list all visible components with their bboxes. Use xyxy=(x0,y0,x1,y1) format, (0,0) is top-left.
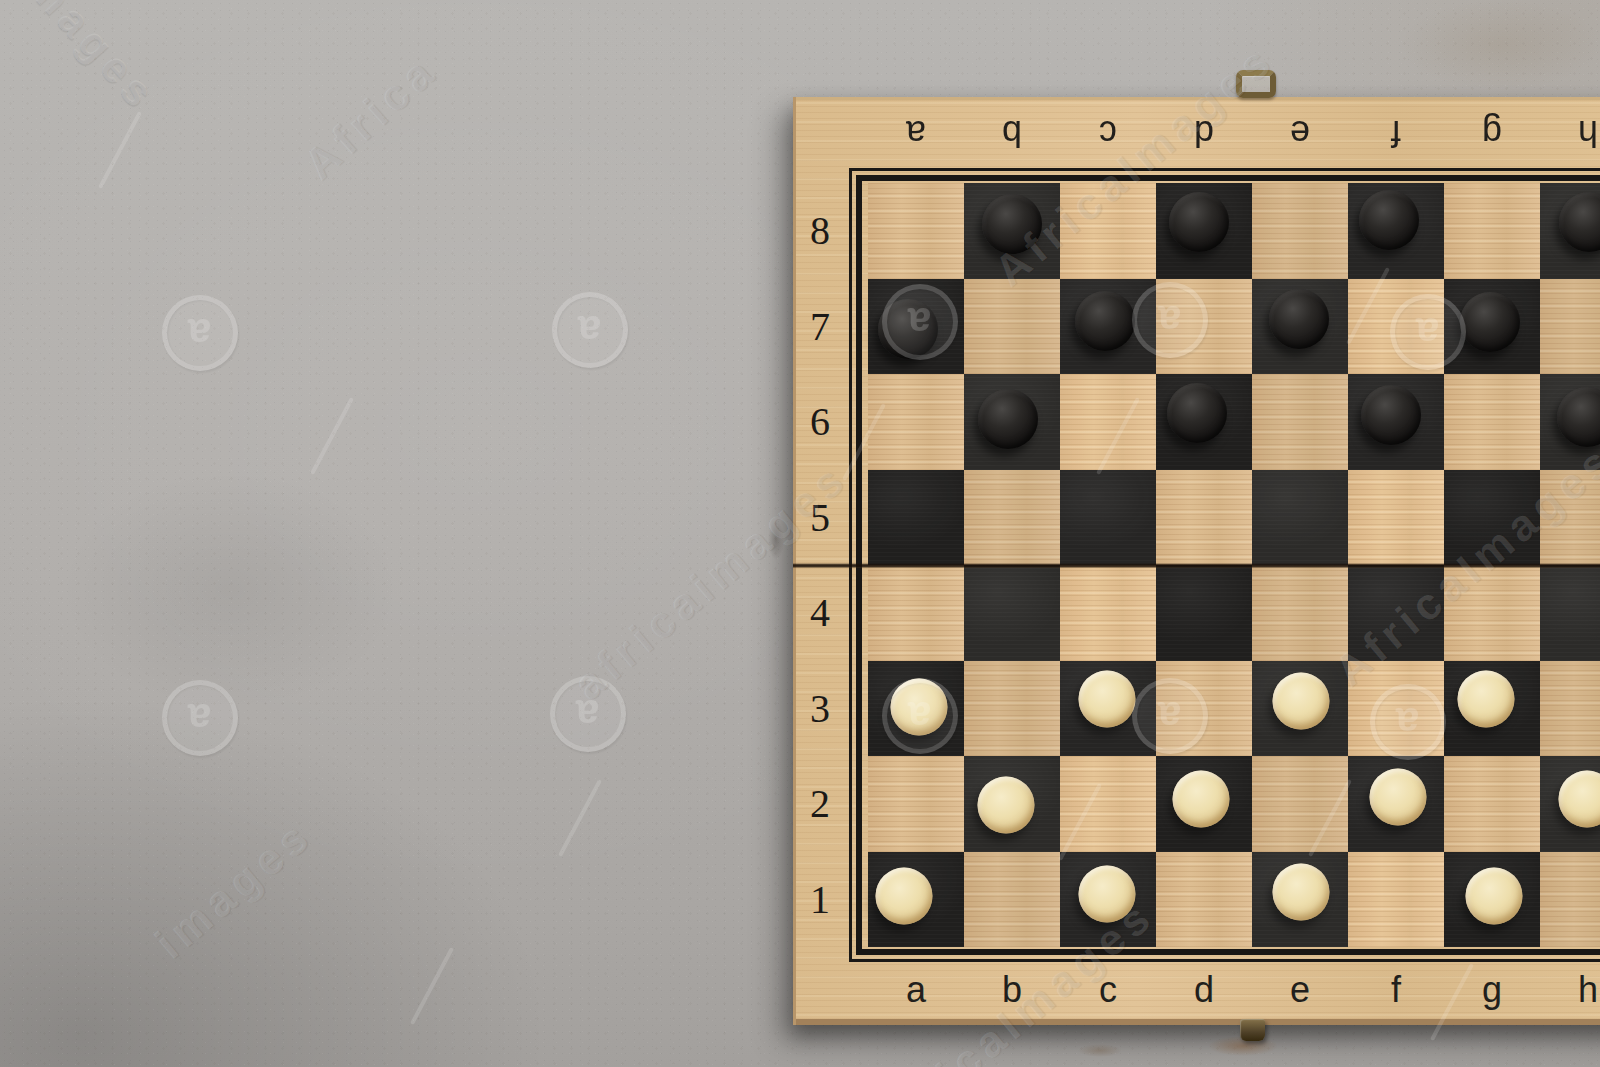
square-d3 xyxy=(1156,661,1252,757)
board-fold-seam xyxy=(793,563,1600,568)
square-h7 xyxy=(1540,279,1600,375)
square-b4 xyxy=(964,565,1060,661)
file-label-bottom-g: g xyxy=(1462,966,1522,1014)
square-g6 xyxy=(1444,374,1540,470)
square-b3 xyxy=(964,661,1060,757)
file-label-bottom-b: b xyxy=(982,966,1042,1014)
white-man-g1 xyxy=(1466,868,1523,925)
white-man-c3 xyxy=(1079,671,1136,728)
watermark-logo-circle: a xyxy=(162,295,238,371)
white-man-e3 xyxy=(1273,673,1330,730)
square-c2 xyxy=(1060,756,1156,852)
square-h4 xyxy=(1540,565,1600,661)
photo-scene: aabbccddeeffgghh87654321 aaaaaaaaaamages… xyxy=(0,0,1600,1067)
file-label-bottom-c: c xyxy=(1078,966,1138,1014)
square-e2 xyxy=(1252,756,1348,852)
white-man-b2 xyxy=(978,776,1035,833)
white-man-g3 xyxy=(1458,671,1515,728)
file-label-top-b: b xyxy=(982,109,1042,157)
brass-hinge xyxy=(1240,1019,1265,1041)
brass-latch xyxy=(1230,70,1282,104)
watermark-logo-letter: a xyxy=(578,309,601,351)
watermark-logo-circle: a xyxy=(162,680,238,756)
rank-label-4: 4 xyxy=(797,565,843,661)
concrete-chip xyxy=(768,520,784,560)
rank-label-7: 7 xyxy=(797,279,843,375)
white-man-c1 xyxy=(1079,866,1136,923)
black-man-c7 xyxy=(1075,291,1135,351)
square-b5 xyxy=(964,470,1060,566)
rank-label-6: 6 xyxy=(797,374,843,470)
square-a8 xyxy=(868,183,964,279)
square-d1 xyxy=(1156,852,1252,948)
black-man-f8 xyxy=(1359,190,1419,250)
file-label-top-g: g xyxy=(1462,109,1522,157)
rank-label-5: 5 xyxy=(797,470,843,566)
square-b1 xyxy=(964,852,1060,948)
watermark-logo-letter: a xyxy=(576,693,599,735)
square-e6 xyxy=(1252,374,1348,470)
black-man-b6 xyxy=(978,389,1038,449)
watermark-slash xyxy=(310,397,354,475)
square-c5 xyxy=(1060,470,1156,566)
square-h1 xyxy=(1540,852,1600,948)
white-man-d2 xyxy=(1173,770,1230,827)
black-man-f6 xyxy=(1361,385,1421,445)
rank-label-1: 1 xyxy=(797,852,843,948)
square-g8 xyxy=(1444,183,1540,279)
watermark-slash xyxy=(410,947,454,1025)
square-e5 xyxy=(1252,470,1348,566)
file-label-bottom-h: h xyxy=(1558,966,1600,1014)
square-f4 xyxy=(1348,565,1444,661)
square-h5 xyxy=(1540,470,1600,566)
watermark-slash xyxy=(98,111,142,189)
file-label-bottom-f: f xyxy=(1366,966,1426,1014)
black-man-b8 xyxy=(982,194,1042,254)
square-f7 xyxy=(1348,279,1444,375)
square-f5 xyxy=(1348,470,1444,566)
file-label-bottom-d: d xyxy=(1174,966,1234,1014)
white-man-e1 xyxy=(1273,864,1330,921)
file-label-top-d: d xyxy=(1174,109,1234,157)
square-d7 xyxy=(1156,279,1252,375)
square-a2 xyxy=(868,756,964,852)
square-e4 xyxy=(1252,565,1348,661)
watermark-logo-circle: a xyxy=(552,292,628,368)
square-c6 xyxy=(1060,374,1156,470)
file-label-top-f: f xyxy=(1366,109,1426,157)
square-f1 xyxy=(1348,852,1444,948)
watermark-text: Africa xyxy=(294,45,447,190)
square-c8 xyxy=(1060,183,1156,279)
file-label-bottom-e: e xyxy=(1270,966,1330,1014)
rank-label-8: 8 xyxy=(797,183,843,279)
checkers-board: aabbccddeeffgghh87654321 xyxy=(793,97,1600,1025)
file-label-bottom-a: a xyxy=(886,966,946,1014)
file-label-top-h: h xyxy=(1558,109,1600,157)
rank-label-2: 2 xyxy=(797,756,843,852)
black-man-g7 xyxy=(1460,292,1520,352)
file-label-top-a: a xyxy=(886,109,946,157)
watermark-logo-letter: a xyxy=(188,312,211,354)
black-man-e7 xyxy=(1269,289,1329,349)
square-d5 xyxy=(1156,470,1252,566)
square-g4 xyxy=(1444,565,1540,661)
white-man-a3 xyxy=(891,679,948,736)
square-f3 xyxy=(1348,661,1444,757)
brass-latch-loop xyxy=(1236,70,1276,98)
watermark-text: images xyxy=(146,810,322,969)
watermark-slash xyxy=(558,779,602,857)
square-g2 xyxy=(1444,756,1540,852)
square-c4 xyxy=(1060,565,1156,661)
white-man-f2 xyxy=(1370,768,1427,825)
rank-label-3: 3 xyxy=(797,661,843,757)
square-e8 xyxy=(1252,183,1348,279)
square-a4 xyxy=(868,565,964,661)
square-h3 xyxy=(1540,661,1600,757)
watermark-logo-circle: a xyxy=(550,676,626,752)
square-g5 xyxy=(1444,470,1540,566)
black-man-a7 xyxy=(878,299,938,359)
file-label-top-c: c xyxy=(1078,109,1138,157)
square-a5 xyxy=(868,470,964,566)
watermark-logo-letter: a xyxy=(188,697,211,739)
black-man-d6 xyxy=(1167,383,1227,443)
white-man-a1 xyxy=(876,868,933,925)
black-man-d8 xyxy=(1169,192,1229,252)
square-a6 xyxy=(868,374,964,470)
square-d4 xyxy=(1156,565,1252,661)
watermark-text: mages xyxy=(17,0,168,121)
square-b7 xyxy=(964,279,1060,375)
rust-stain xyxy=(1078,1044,1122,1057)
file-label-top-e: e xyxy=(1270,109,1330,157)
concrete-blotch xyxy=(60,470,400,710)
concrete-blotch xyxy=(1400,0,1600,90)
